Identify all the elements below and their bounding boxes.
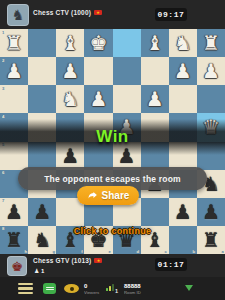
black-pawn: ♟ [202,202,220,222]
share-icon [87,190,98,201]
rank-label: 3 [2,86,4,91]
bottom-toolbar: 0 Viewers 1 88888 Room ID [0,277,225,300]
square-h1[interactable]: 1♜ [0,29,28,57]
opponent-avatar[interactable]: ♞ [7,4,29,26]
file-label: b [193,248,196,253]
square-h2[interactable]: 2♟ [0,57,28,85]
viewers-label: Viewers [84,290,99,295]
win-title: Win [96,127,129,147]
square-d3[interactable] [113,85,141,113]
white-bishop: ♝ [146,33,164,53]
black-pawn: ♟ [174,202,192,222]
file-label: d [137,248,140,253]
file-label: g [52,248,55,253]
square-g7[interactable]: ♟ [28,198,56,226]
square-b1[interactable]: ♞ [169,29,197,57]
square-e1[interactable]: ♚ [84,29,112,57]
square-f1[interactable]: ♝ [56,29,84,57]
player-clock: 01:17 [155,258,187,271]
square-g1[interactable] [28,29,56,57]
captured-count: 1 [41,268,44,274]
share-button-label: Share [102,190,130,201]
captured-pieces: ♟ 1 [34,267,44,274]
square-a3[interactable] [197,85,225,113]
white-pawn: ♟ [5,61,23,81]
file-label: e [109,248,111,253]
white-pawn: ♟ [174,61,192,81]
square-a2[interactable]: ♟ [197,57,225,85]
win-banner: Win [0,119,225,155]
player-name: Chess GTV (1013) [33,257,91,264]
collapse-arrow-icon[interactable] [185,285,193,291]
square-g3[interactable] [28,85,56,113]
white-knight: ♞ [61,89,79,109]
captured-pawn-icon: ♟ [34,267,39,274]
white-rook: ♜ [202,33,220,53]
room-stat: 88888 Room ID [124,283,144,296]
signal-value: 1 [115,288,118,294]
file-label: f [81,248,82,253]
white-pawn: ♟ [89,89,107,109]
white-pawn: ♟ [202,61,220,81]
chat-icon[interactable] [43,283,56,294]
square-c2[interactable] [141,57,169,85]
white-king: ♚ [89,33,107,53]
opponent-name: Chess CTV (1000) [33,9,91,16]
white-bishop: ♝ [61,33,79,53]
square-g2[interactable] [28,57,56,85]
square-d2[interactable] [113,57,141,85]
rank-label: 2 [2,58,4,63]
menu-icon[interactable] [18,283,33,294]
opponent-bar: ♞ Chess CTV (1000) ★ 09:17 [0,0,225,29]
flag-icon: ★ [94,258,102,264]
flag-icon: ★ [94,10,102,16]
white-knight: ♞ [174,33,192,53]
app-screen: ♞ Chess CTV (1000) ★ 09:17 1♜♝♚♝♞♜2♟♟♟♟3… [0,0,225,300]
white-pawn: ♟ [146,89,164,109]
room-label: Room ID [124,290,141,295]
square-c1[interactable]: ♝ [141,29,169,57]
signal-icon [106,284,114,291]
square-f3[interactable]: ♞ [56,85,84,113]
viewers-stat: 0 Viewers [84,283,102,296]
square-e3[interactable]: ♟ [84,85,112,113]
square-h3[interactable]: 3 [0,85,28,113]
square-b7[interactable]: ♟ [169,198,197,226]
square-b2[interactable]: ♟ [169,57,197,85]
viewers-eye-icon [64,284,79,293]
rank-label: 7 [2,198,4,203]
file-label: h [24,248,27,253]
black-pawn: ♟ [5,202,23,222]
player-avatar[interactable]: ♚ [7,256,27,276]
status-toast-text: The opponent escapes the room [44,174,181,184]
file-label: a [221,248,223,253]
square-c7[interactable] [141,198,169,226]
square-h7[interactable]: 7♟ [0,198,28,226]
rank-label: 6 [2,170,4,175]
square-d1[interactable] [113,29,141,57]
square-e2[interactable] [84,57,112,85]
board-area: 1♜♝♚♝♞♜2♟♟♟♟3♞♟♟4♟♛5♟♟6♟♞7♟♟♟♟8h♜g♞f♝e♚d… [0,29,225,254]
file-label: c [165,248,167,253]
square-f2[interactable]: ♟ [56,57,84,85]
share-button[interactable]: Share [77,186,139,205]
black-pawn: ♟ [33,202,51,222]
player-bar: ♚ Chess GTV (1013) ★ ♟ 1 01:17 [0,254,225,277]
white-pawn: ♟ [61,61,79,81]
square-a7[interactable]: ♟ [197,198,225,226]
continue-prompt[interactable]: Click to continue [0,226,225,236]
white-rook: ♜ [5,33,23,53]
square-c3[interactable]: ♟ [141,85,169,113]
square-a1[interactable]: ♜ [197,29,225,57]
opponent-clock: 09:17 [155,8,187,21]
rank-label: 1 [2,30,4,35]
square-b3[interactable] [169,85,197,113]
